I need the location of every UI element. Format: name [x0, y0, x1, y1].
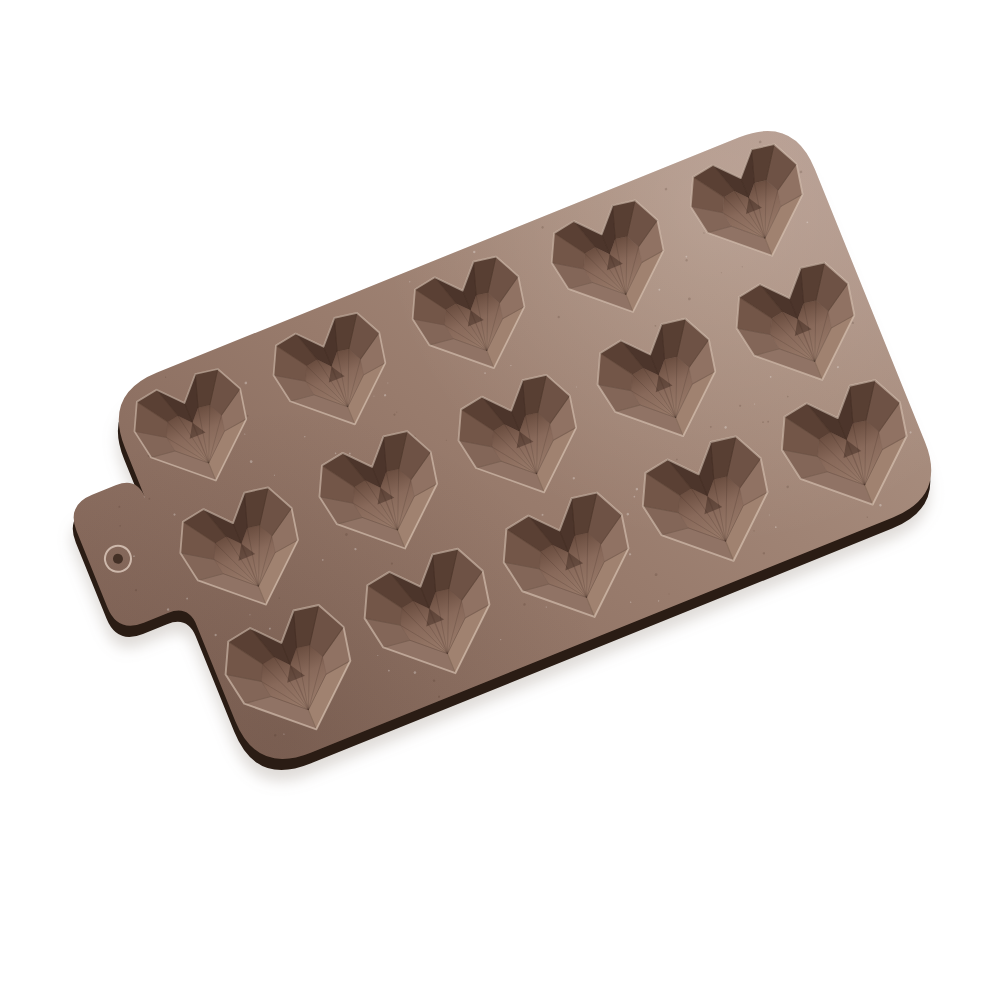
product-photo-silicone-heart-mold	[0, 0, 1000, 1000]
photo-background	[0, 0, 1000, 1000]
chocolate-mold	[24, 116, 955, 826]
